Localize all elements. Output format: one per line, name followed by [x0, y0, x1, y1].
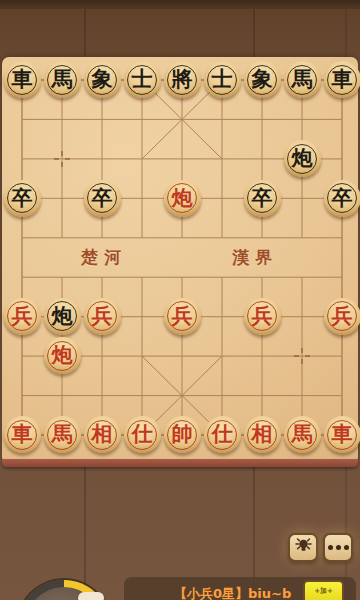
game-screen: 楚河 漢界 車馬象士將士象馬車炮卒卒炮卒卒兵炮兵兵兵兵炮車馬相仕帥仕相馬車 【小…	[0, 0, 360, 600]
piece-red[interactable]: 車	[324, 416, 360, 453]
piece-black[interactable]: 將	[164, 61, 201, 98]
top-shadow-strip	[0, 0, 360, 9]
lightbulb-icon	[294, 536, 313, 559]
piece-black[interactable]: 車	[324, 61, 360, 98]
piece-black[interactable]: 卒	[244, 180, 281, 217]
piece-red[interactable]: 炮	[44, 337, 81, 374]
network-badge	[78, 592, 104, 600]
piece-red[interactable]: 相	[84, 416, 121, 453]
chat-message: 【小兵0星】biu~b	[174, 585, 291, 600]
piece-red[interactable]: 兵	[244, 298, 281, 335]
piece-black[interactable]: 車	[4, 61, 41, 98]
piece-black[interactable]: 象	[244, 61, 281, 98]
hint-button[interactable]	[288, 533, 318, 562]
more-button[interactable]	[323, 533, 353, 562]
piece-red[interactable]: 兵	[84, 298, 121, 335]
piece-red[interactable]: 炮	[164, 180, 201, 217]
add-friend-button[interactable]: +加+	[303, 580, 344, 600]
piece-black[interactable]: 卒	[4, 180, 41, 217]
piece-black[interactable]: 炮	[44, 298, 81, 335]
piece-layer[interactable]: 車馬象士將士象馬車炮卒卒炮卒卒兵炮兵兵兵兵炮車馬相仕帥仕相馬車	[2, 60, 360, 454]
board-bottom-edge	[2, 459, 358, 467]
piece-black[interactable]: 象	[84, 61, 121, 98]
piece-red[interactable]: 相	[244, 416, 281, 453]
piece-black[interactable]: 炮	[284, 140, 321, 177]
piece-black[interactable]: 馬	[284, 61, 321, 98]
ellipsis-icon	[328, 545, 349, 550]
piece-black[interactable]: 卒	[324, 180, 360, 217]
piece-red[interactable]: 車	[4, 416, 41, 453]
xiangqi-board[interactable]: 楚河 漢界 車馬象士將士象馬車炮卒卒炮卒卒兵炮兵兵兵兵炮車馬相仕帥仕相馬車	[2, 57, 358, 460]
piece-black[interactable]: 士	[124, 61, 161, 98]
piece-red[interactable]: 兵	[324, 298, 360, 335]
piece-black[interactable]: 馬	[44, 61, 81, 98]
chat-bar: 【小兵0星】biu~b +加+	[124, 577, 356, 600]
piece-red[interactable]: 仕	[204, 416, 241, 453]
piece-red[interactable]: 兵	[4, 298, 41, 335]
piece-red[interactable]: 馬	[284, 416, 321, 453]
piece-black[interactable]: 卒	[84, 180, 121, 217]
piece-red[interactable]: 馬	[44, 416, 81, 453]
piece-red[interactable]: 兵	[164, 298, 201, 335]
piece-black[interactable]: 士	[204, 61, 241, 98]
piece-red[interactable]: 帥	[164, 416, 201, 453]
piece-red[interactable]: 仕	[124, 416, 161, 453]
